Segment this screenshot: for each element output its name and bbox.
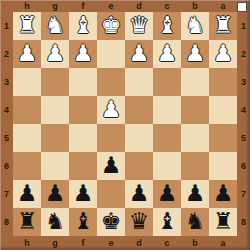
file-coordinates-top: hgfedcba (13, 0, 237, 12)
rank-label-6: 6 (0, 152, 13, 180)
square-g8[interactable]: ♞ (41, 208, 69, 236)
square-g1[interactable]: ♞ (41, 12, 69, 40)
black-pawn: ♟ (13, 180, 41, 208)
black-pawn: ♟ (125, 180, 153, 208)
rank-label-7: 7 (0, 180, 13, 208)
square-b3[interactable] (181, 68, 209, 96)
black-rook: ♜ (13, 208, 41, 236)
square-b2[interactable]: ♟ (181, 40, 209, 68)
file-label-c: c (153, 236, 181, 250)
square-g5[interactable] (41, 124, 69, 152)
square-a3[interactable] (209, 68, 237, 96)
square-g2[interactable]: ♟ (41, 40, 69, 68)
white-pawn: ♟ (181, 40, 209, 68)
square-c5[interactable] (153, 124, 181, 152)
square-h8[interactable]: ♜ (13, 208, 41, 236)
white-pawn: ♟ (209, 40, 237, 68)
square-a8[interactable]: ♜ (209, 208, 237, 236)
square-a5[interactable] (209, 124, 237, 152)
square-h1[interactable]: ♜ (13, 12, 41, 40)
file-label-a: a (209, 236, 237, 250)
black-pawn: ♟ (209, 180, 237, 208)
rank-label-7: 7 (237, 180, 250, 208)
square-e4[interactable]: ♟ (97, 96, 125, 124)
file-label-g: g (41, 0, 69, 12)
square-f1[interactable]: ♝ (69, 12, 97, 40)
square-a1[interactable]: ♜ (209, 12, 237, 40)
square-f8[interactable]: ♝ (69, 208, 97, 236)
black-rook: ♜ (209, 208, 237, 236)
square-c7[interactable]: ♟ (153, 180, 181, 208)
black-king: ♚ (97, 208, 125, 236)
square-g7[interactable]: ♟ (41, 180, 69, 208)
square-e1[interactable]: ♚ (97, 12, 125, 40)
square-d5[interactable] (125, 124, 153, 152)
square-g3[interactable] (41, 68, 69, 96)
file-label-d: d (125, 0, 153, 12)
square-e7[interactable] (97, 180, 125, 208)
file-label-d: d (125, 236, 153, 250)
square-d4[interactable] (125, 96, 153, 124)
file-label-b: b (181, 236, 209, 250)
square-a6[interactable] (209, 152, 237, 180)
file-coordinates-bottom: hgfedcba (13, 236, 237, 250)
rank-coordinates-right: 12345678 (237, 12, 250, 236)
black-pawn: ♟ (41, 180, 69, 208)
white-to-move-indicator-icon (237, 2, 247, 12)
black-knight: ♞ (41, 208, 69, 236)
file-label-c: c (153, 0, 181, 12)
square-f3[interactable] (69, 68, 97, 96)
rank-label-5: 5 (0, 124, 13, 152)
white-pawn: ♟ (13, 40, 41, 68)
square-c6[interactable] (153, 152, 181, 180)
white-knight: ♞ (181, 12, 209, 40)
square-d2[interactable]: ♟ (125, 40, 153, 68)
board: ♜♞♝♚♛♝♞♜♟♟♟♟♟♟♟♟♟♟♟♟♟♟♟♟♜♞♝♚♛♝♞♜ (13, 12, 237, 236)
square-b8[interactable]: ♞ (181, 208, 209, 236)
file-label-g: g (41, 236, 69, 250)
file-label-f: f (69, 236, 97, 250)
black-bishop: ♝ (153, 208, 181, 236)
rank-coordinates-left: 12345678 (0, 12, 13, 236)
white-pawn: ♟ (153, 40, 181, 68)
square-d6[interactable] (125, 152, 153, 180)
square-h5[interactable] (13, 124, 41, 152)
square-c1[interactable]: ♝ (153, 12, 181, 40)
square-h3[interactable] (13, 68, 41, 96)
black-pawn: ♟ (69, 180, 97, 208)
white-knight: ♞ (41, 12, 69, 40)
square-g4[interactable] (41, 96, 69, 124)
white-bishop: ♝ (69, 12, 97, 40)
square-c8[interactable]: ♝ (153, 208, 181, 236)
rank-label-4: 4 (0, 96, 13, 124)
square-e6[interactable]: ♟ (97, 152, 125, 180)
black-queen: ♛ (125, 208, 153, 236)
white-rook: ♜ (209, 12, 237, 40)
square-e2[interactable] (97, 40, 125, 68)
rank-label-3: 3 (237, 68, 250, 96)
file-label-h: h (13, 236, 41, 250)
square-f4[interactable] (69, 96, 97, 124)
square-a7[interactable]: ♟ (209, 180, 237, 208)
square-f5[interactable] (69, 124, 97, 152)
black-bishop: ♝ (69, 208, 97, 236)
square-e5[interactable] (97, 124, 125, 152)
square-d7[interactable]: ♟ (125, 180, 153, 208)
white-pawn: ♟ (97, 96, 125, 124)
square-d1[interactable]: ♛ (125, 12, 153, 40)
square-h7[interactable]: ♟ (13, 180, 41, 208)
white-pawn: ♟ (41, 40, 69, 68)
black-pawn: ♟ (181, 180, 209, 208)
file-label-b: b (181, 0, 209, 12)
square-c3[interactable] (153, 68, 181, 96)
square-c2[interactable]: ♟ (153, 40, 181, 68)
file-label-e: e (97, 0, 125, 12)
square-a4[interactable] (209, 96, 237, 124)
square-g6[interactable] (41, 152, 69, 180)
chess-board-diagram: hgfedcba 12345678 12345678 ♜♞♝♚♛♝♞♜♟♟♟♟♟… (0, 0, 250, 250)
black-knight: ♞ (181, 208, 209, 236)
rank-label-2: 2 (237, 40, 250, 68)
rank-label-6: 6 (237, 152, 250, 180)
white-queen: ♛ (125, 12, 153, 40)
rank-label-1: 1 (0, 12, 13, 40)
square-a2[interactable]: ♟ (209, 40, 237, 68)
rank-label-5: 5 (237, 124, 250, 152)
black-pawn: ♟ (153, 180, 181, 208)
square-e8[interactable]: ♚ (97, 208, 125, 236)
square-d3[interactable] (125, 68, 153, 96)
square-b4[interactable] (181, 96, 209, 124)
rank-label-8: 8 (237, 208, 250, 236)
square-h2[interactable]: ♟ (13, 40, 41, 68)
square-b5[interactable] (181, 124, 209, 152)
white-rook: ♜ (13, 12, 41, 40)
square-c4[interactable] (153, 96, 181, 124)
square-b6[interactable] (181, 152, 209, 180)
square-d8[interactable]: ♛ (125, 208, 153, 236)
black-pawn: ♟ (97, 152, 125, 180)
square-b1[interactable]: ♞ (181, 12, 209, 40)
rank-label-1: 1 (237, 12, 250, 40)
square-f7[interactable]: ♟ (69, 180, 97, 208)
file-label-a: a (209, 0, 237, 12)
white-pawn: ♟ (125, 40, 153, 68)
white-king: ♚ (97, 12, 125, 40)
square-h6[interactable] (13, 152, 41, 180)
file-label-e: e (97, 236, 125, 250)
square-b7[interactable]: ♟ (181, 180, 209, 208)
file-label-f: f (69, 0, 97, 12)
file-label-h: h (13, 0, 41, 12)
rank-label-8: 8 (0, 208, 13, 236)
square-f2[interactable]: ♟ (69, 40, 97, 68)
white-bishop: ♝ (153, 12, 181, 40)
square-f6[interactable] (69, 152, 97, 180)
square-e3[interactable] (97, 68, 125, 96)
rank-label-3: 3 (0, 68, 13, 96)
square-h4[interactable] (13, 96, 41, 124)
white-pawn: ♟ (69, 40, 97, 68)
rank-label-4: 4 (237, 96, 250, 124)
rank-label-2: 2 (0, 40, 13, 68)
